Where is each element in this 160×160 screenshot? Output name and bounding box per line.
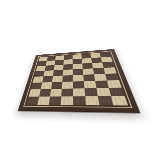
square-d2[interactable] [61,89,73,97]
chess-board [18,49,140,112]
product-photo-scene [0,0,160,160]
square-c2[interactable] [50,89,62,97]
square-e1[interactable] [73,96,86,105]
square-h2[interactable] [109,88,125,96]
inlay-line [23,51,132,108]
square-c1[interactable] [49,96,61,105]
board-frame [18,49,140,112]
square-h1[interactable] [111,96,128,105]
square-d1[interactable] [61,96,73,105]
board-squares [26,52,128,105]
square-e2[interactable] [73,88,85,96]
